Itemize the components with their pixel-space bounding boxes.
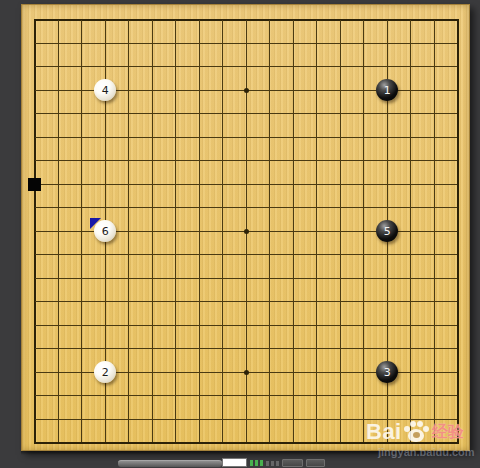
intersection — [211, 408, 235, 432]
intersection — [117, 361, 141, 385]
intersection — [399, 126, 423, 150]
black-stone-5: 5 — [376, 220, 398, 242]
intersection — [23, 337, 47, 361]
move-seek-slider[interactable] — [118, 460, 222, 467]
intersection — [399, 361, 423, 385]
intersection — [70, 337, 94, 361]
intersection — [188, 173, 212, 197]
intersection — [235, 361, 259, 385]
intersection — [23, 243, 47, 267]
intersection — [117, 32, 141, 56]
intersection — [141, 79, 165, 103]
intersection — [282, 267, 306, 291]
intersection — [399, 79, 423, 103]
intersection — [235, 149, 259, 173]
intersection — [376, 173, 400, 197]
intersection — [70, 32, 94, 56]
intersection — [329, 126, 353, 150]
intersection — [305, 337, 329, 361]
black-stone-3: 3 — [376, 361, 398, 383]
intersection — [141, 290, 165, 314]
intersection — [117, 337, 141, 361]
intersection — [117, 173, 141, 197]
intersection — [305, 267, 329, 291]
intersection — [352, 126, 376, 150]
intersection — [423, 220, 447, 244]
intersection — [47, 173, 71, 197]
black-stone-1: 1 — [376, 79, 398, 101]
intersection — [70, 196, 94, 220]
intersection — [188, 79, 212, 103]
intersection — [141, 267, 165, 291]
intersection — [423, 408, 447, 432]
intersection — [117, 55, 141, 79]
intersection — [164, 79, 188, 103]
intersection — [117, 314, 141, 338]
intersection — [141, 408, 165, 432]
intersection — [423, 384, 447, 408]
intersection — [235, 290, 259, 314]
intersection — [446, 8, 470, 32]
intersection — [70, 290, 94, 314]
intersection — [117, 243, 141, 267]
intersection — [70, 267, 94, 291]
intersection — [23, 55, 47, 79]
intersection — [282, 8, 306, 32]
intersection — [188, 337, 212, 361]
intersection — [117, 126, 141, 150]
intersection — [47, 32, 71, 56]
intersection — [117, 408, 141, 432]
intersection — [399, 173, 423, 197]
intersection — [258, 243, 282, 267]
intersection — [164, 408, 188, 432]
intersection — [94, 314, 118, 338]
intersection — [399, 102, 423, 126]
intersection — [23, 408, 47, 432]
intersection — [23, 290, 47, 314]
intersection — [399, 220, 423, 244]
intersection — [164, 196, 188, 220]
intersection — [352, 102, 376, 126]
intersection — [282, 126, 306, 150]
white-stone-2: 2 — [94, 361, 116, 383]
intersection — [446, 337, 470, 361]
intersection — [141, 55, 165, 79]
intersection — [211, 32, 235, 56]
intersection — [423, 196, 447, 220]
intersection — [188, 314, 212, 338]
intersection — [446, 196, 470, 220]
intersection — [164, 267, 188, 291]
intersection — [211, 196, 235, 220]
intersection — [47, 361, 71, 385]
intersection — [141, 314, 165, 338]
intersection — [188, 102, 212, 126]
intersection — [70, 149, 94, 173]
intersection — [47, 408, 71, 432]
intersection — [211, 314, 235, 338]
intersection — [235, 196, 259, 220]
intersection — [446, 220, 470, 244]
intersection — [258, 149, 282, 173]
intersection — [188, 267, 212, 291]
intersection — [376, 196, 400, 220]
intersection — [258, 337, 282, 361]
intersection — [399, 290, 423, 314]
intersection — [235, 384, 259, 408]
go-label-green — [250, 460, 263, 466]
intersection — [282, 408, 306, 432]
intersection — [164, 55, 188, 79]
intersection — [446, 126, 470, 150]
intersection — [23, 267, 47, 291]
intersection — [423, 149, 447, 173]
intersection — [47, 55, 71, 79]
intersection — [211, 384, 235, 408]
intersection — [47, 337, 71, 361]
intersection — [423, 267, 447, 291]
intersection — [235, 102, 259, 126]
intersection — [23, 149, 47, 173]
intersection — [423, 361, 447, 385]
intersection — [70, 79, 94, 103]
intersection — [70, 126, 94, 150]
intersection — [164, 126, 188, 150]
intersection — [23, 384, 47, 408]
player-button-2[interactable] — [306, 459, 325, 467]
intersection — [235, 267, 259, 291]
intersection — [117, 8, 141, 32]
intersection — [235, 8, 259, 32]
intersection — [70, 243, 94, 267]
intersection — [282, 220, 306, 244]
intersection — [305, 8, 329, 32]
intersection — [141, 196, 165, 220]
intersection — [258, 8, 282, 32]
intersection — [399, 337, 423, 361]
intersection — [188, 8, 212, 32]
intersection — [305, 79, 329, 103]
intersection — [94, 173, 118, 197]
intersection — [70, 361, 94, 385]
intersection — [141, 243, 165, 267]
intersection — [47, 102, 71, 126]
intersection — [211, 173, 235, 197]
intersection — [164, 243, 188, 267]
intersection — [352, 384, 376, 408]
white-stone-4: 4 — [94, 79, 116, 101]
intersection — [258, 384, 282, 408]
intersection — [376, 55, 400, 79]
intersection — [70, 384, 94, 408]
intersection — [446, 267, 470, 291]
intersection — [399, 8, 423, 32]
intersection — [258, 55, 282, 79]
intersection — [329, 32, 353, 56]
intersection — [446, 361, 470, 385]
intersection — [94, 290, 118, 314]
intersection — [70, 408, 94, 432]
intersection: 2 — [94, 361, 118, 385]
intersection — [23, 314, 47, 338]
intersection: 5 — [376, 220, 400, 244]
intersection — [446, 408, 470, 432]
intersection — [352, 243, 376, 267]
intersection — [94, 55, 118, 79]
intersection — [117, 384, 141, 408]
intersection — [235, 337, 259, 361]
intersection — [211, 79, 235, 103]
intersection — [188, 384, 212, 408]
intersection — [23, 220, 47, 244]
intersection — [23, 79, 47, 103]
intersection — [47, 196, 71, 220]
intersection — [399, 408, 423, 432]
last-move-triangle-icon — [90, 218, 101, 229]
intersection — [258, 79, 282, 103]
intersection — [329, 384, 353, 408]
intersection — [329, 314, 353, 338]
intersection — [423, 173, 447, 197]
intersection — [399, 314, 423, 338]
intersection — [399, 196, 423, 220]
intersection — [23, 126, 47, 150]
intersection — [47, 314, 71, 338]
intersection — [305, 384, 329, 408]
intersection — [211, 126, 235, 150]
intersection — [258, 408, 282, 432]
intersection — [235, 55, 259, 79]
intersection — [446, 243, 470, 267]
intersection — [94, 32, 118, 56]
intersection — [329, 220, 353, 244]
intersection — [329, 102, 353, 126]
intersection — [141, 32, 165, 56]
intersection — [47, 290, 71, 314]
intersection — [235, 32, 259, 56]
intersection — [282, 149, 306, 173]
intersection — [446, 55, 470, 79]
intersection — [47, 267, 71, 291]
intersection — [305, 408, 329, 432]
go-board-grid: 416523 — [23, 8, 470, 455]
intersection — [94, 337, 118, 361]
intersection — [423, 32, 447, 56]
intersection — [141, 337, 165, 361]
intersection — [258, 102, 282, 126]
intersection — [305, 314, 329, 338]
intersection — [235, 243, 259, 267]
intersection — [235, 173, 259, 197]
intersection — [352, 290, 376, 314]
intersection — [352, 149, 376, 173]
intersection — [446, 384, 470, 408]
intersection — [211, 220, 235, 244]
intersection — [329, 243, 353, 267]
intersection — [258, 32, 282, 56]
intersection — [446, 314, 470, 338]
intersection — [446, 79, 470, 103]
intersection — [23, 196, 47, 220]
intersection — [399, 267, 423, 291]
screenshot-stage: 416523 Bai 经验 jingyan.baidu.com — [0, 0, 480, 468]
intersection — [235, 126, 259, 150]
intersection — [376, 384, 400, 408]
intersection — [352, 55, 376, 79]
intersection — [376, 102, 400, 126]
intersection — [376, 32, 400, 56]
intersection — [423, 55, 447, 79]
intersection — [282, 314, 306, 338]
intersection — [164, 149, 188, 173]
intersection — [211, 55, 235, 79]
intersection — [141, 220, 165, 244]
intersection — [305, 243, 329, 267]
intersection — [188, 408, 212, 432]
intersection — [188, 220, 212, 244]
intersection — [23, 361, 47, 385]
intersection — [117, 79, 141, 103]
intersection — [329, 8, 353, 32]
intersection — [258, 290, 282, 314]
intersection: 4 — [94, 79, 118, 103]
intersection — [188, 196, 212, 220]
intersection — [282, 384, 306, 408]
intersection — [282, 55, 306, 79]
intersection — [188, 361, 212, 385]
intersection — [305, 361, 329, 385]
intersection — [329, 408, 353, 432]
intersection — [282, 290, 306, 314]
intersection — [423, 337, 447, 361]
intersection — [211, 267, 235, 291]
intersection — [352, 408, 376, 432]
intersection — [446, 149, 470, 173]
intersection — [305, 102, 329, 126]
intersection — [329, 361, 353, 385]
intersection — [70, 8, 94, 32]
intersection — [164, 361, 188, 385]
intersection — [235, 79, 259, 103]
intersection — [164, 314, 188, 338]
intersection — [164, 290, 188, 314]
intersection — [352, 79, 376, 103]
intersection — [211, 337, 235, 361]
intersection — [70, 55, 94, 79]
player-button-1[interactable] — [282, 459, 303, 467]
intersection — [399, 149, 423, 173]
intersection — [305, 173, 329, 197]
intersection — [211, 8, 235, 32]
intersection — [235, 408, 259, 432]
intersection — [376, 243, 400, 267]
intersection — [235, 220, 259, 244]
intersection — [47, 220, 71, 244]
intersection — [329, 79, 353, 103]
intersection — [94, 384, 118, 408]
intersection — [305, 149, 329, 173]
intersection — [94, 102, 118, 126]
intersection — [94, 408, 118, 432]
intersection — [305, 220, 329, 244]
intersection — [258, 220, 282, 244]
intersection — [423, 126, 447, 150]
intersection — [282, 243, 306, 267]
intersection — [282, 361, 306, 385]
intersection — [376, 8, 400, 32]
intersection — [329, 149, 353, 173]
intersection — [47, 384, 71, 408]
intersection — [141, 102, 165, 126]
intersection — [94, 149, 118, 173]
intersection — [282, 337, 306, 361]
intersection — [423, 314, 447, 338]
intersection — [164, 173, 188, 197]
intersection — [164, 220, 188, 244]
intersection — [47, 8, 71, 32]
intersection — [399, 32, 423, 56]
intersection — [188, 243, 212, 267]
intersection — [47, 243, 71, 267]
intersection — [329, 173, 353, 197]
intersection — [117, 149, 141, 173]
intersection — [164, 384, 188, 408]
intersection — [305, 290, 329, 314]
intersection — [258, 361, 282, 385]
intersection — [423, 8, 447, 32]
intersection — [141, 173, 165, 197]
intersection — [352, 337, 376, 361]
intersection — [70, 173, 94, 197]
intersection — [399, 243, 423, 267]
intersection — [188, 126, 212, 150]
intersection — [446, 290, 470, 314]
intersection — [352, 220, 376, 244]
intersection — [211, 361, 235, 385]
intersection — [282, 32, 306, 56]
intersection — [446, 102, 470, 126]
intersection — [329, 55, 353, 79]
intersection — [164, 32, 188, 56]
intersection — [399, 55, 423, 79]
intersection — [211, 149, 235, 173]
intersection — [423, 290, 447, 314]
intersection — [376, 290, 400, 314]
intersection — [70, 102, 94, 126]
intersection — [117, 220, 141, 244]
intersection — [352, 267, 376, 291]
intersection — [117, 290, 141, 314]
intersection — [164, 337, 188, 361]
board-bottom-shadow — [21, 451, 470, 455]
intersection — [282, 102, 306, 126]
intersection — [376, 408, 400, 432]
intersection — [47, 79, 71, 103]
intersection — [305, 32, 329, 56]
intersection — [94, 8, 118, 32]
intersection — [211, 243, 235, 267]
intersection — [164, 102, 188, 126]
intersection — [282, 79, 306, 103]
intersection — [188, 55, 212, 79]
intersection — [352, 8, 376, 32]
intersection — [164, 8, 188, 32]
intersection: 3 — [376, 361, 400, 385]
intersection — [376, 126, 400, 150]
move-number-input[interactable] — [222, 458, 247, 467]
intersection — [329, 196, 353, 220]
